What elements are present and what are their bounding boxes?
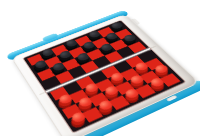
photo-scene bbox=[0, 0, 200, 136]
travel-case bbox=[11, 14, 200, 136]
perspective-wrapper bbox=[11, 14, 200, 136]
case-rim bbox=[11, 14, 200, 136]
checker-piece-black[interactable] bbox=[110, 21, 125, 30]
